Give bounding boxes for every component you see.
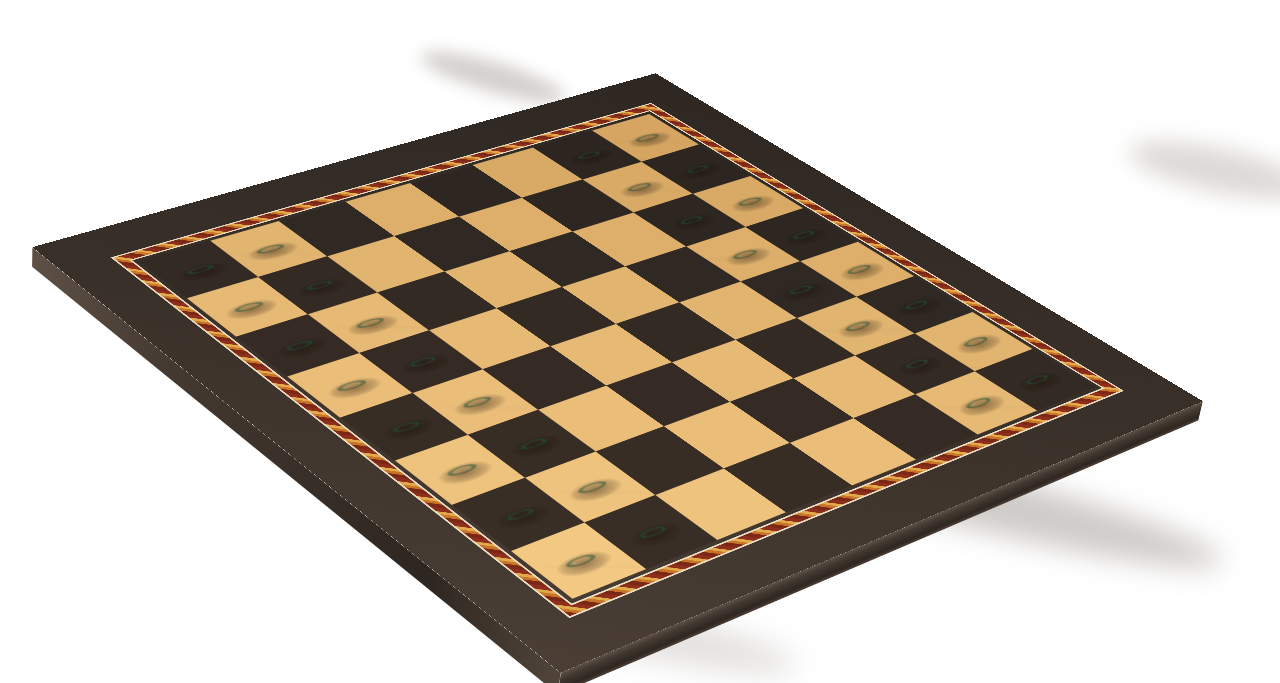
chessboard: ♜♟♟♜♞♟♟♞♝♟♟♝♛♟♟♛♚♟♟♚♝♟♟♝♞♟♟♞♜♟♟♜ ♛♛ — [32, 73, 1203, 672]
white-rook-glyph: ♜ — [489, 378, 680, 565]
black-pawn-glyph: ♟ — [906, 256, 1059, 406]
chess-set-product-photo: ♜♟♟♜♞♟♟♞♝♟♟♝♛♟♟♛♚♟♟♚♝♟♟♝♞♟♟♞♜♟♟♜ ♛♛ — [0, 0, 1280, 683]
square-h7: ♟ — [915, 371, 1037, 434]
black-pieces-cast-shadow — [1125, 130, 1280, 210]
